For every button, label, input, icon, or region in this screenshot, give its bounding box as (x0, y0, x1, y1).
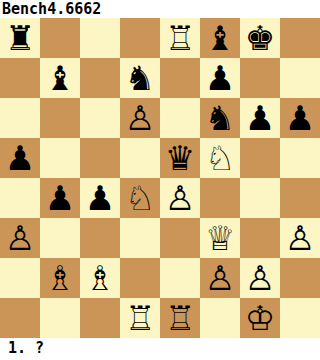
square-c3[interactable] (80, 218, 120, 258)
square-h8[interactable] (280, 18, 320, 58)
square-a7[interactable] (0, 58, 40, 98)
piece-white-pawn: ♙ (125, 98, 155, 138)
square-c2[interactable]: ♗ (80, 258, 120, 298)
chess-board: ♜♖♝♚♝♞♟♙♞♟♟♟♛♘♟♟♘♙♙♕♙♗♗♙♙♖♖♔ (0, 18, 320, 338)
square-d3[interactable] (120, 218, 160, 258)
square-b8[interactable] (40, 18, 80, 58)
square-a3[interactable]: ♙ (0, 218, 40, 258)
square-g4[interactable] (240, 178, 280, 218)
piece-black-bishop: ♝ (205, 18, 235, 58)
piece-white-rook: ♖ (165, 18, 195, 58)
piece-black-pawn: ♟ (285, 98, 315, 138)
square-h7[interactable] (280, 58, 320, 98)
piece-black-pawn: ♟ (45, 178, 75, 218)
square-b2[interactable]: ♗ (40, 258, 80, 298)
piece-white-bishop: ♗ (85, 258, 115, 298)
piece-white-bishop: ♗ (45, 258, 75, 298)
piece-black-king: ♚ (245, 18, 275, 58)
square-h2[interactable] (280, 258, 320, 298)
square-a2[interactable] (0, 258, 40, 298)
square-f3[interactable]: ♕ (200, 218, 240, 258)
square-g7[interactable] (240, 58, 280, 98)
square-a8[interactable]: ♜ (0, 18, 40, 58)
piece-white-rook: ♖ (125, 298, 155, 338)
piece-black-knight: ♞ (125, 58, 155, 98)
square-g6[interactable]: ♟ (240, 98, 280, 138)
square-a5[interactable]: ♟ (0, 138, 40, 178)
piece-white-pawn: ♙ (245, 258, 275, 298)
square-a4[interactable] (0, 178, 40, 218)
piece-white-king: ♔ (245, 298, 275, 338)
piece-white-pawn: ♙ (205, 258, 235, 298)
square-d6[interactable]: ♙ (120, 98, 160, 138)
square-d8[interactable] (120, 18, 160, 58)
square-e1[interactable]: ♖ (160, 298, 200, 338)
piece-black-rook: ♜ (5, 18, 35, 58)
square-g5[interactable] (240, 138, 280, 178)
square-g8[interactable]: ♚ (240, 18, 280, 58)
square-d2[interactable] (120, 258, 160, 298)
square-e5[interactable]: ♛ (160, 138, 200, 178)
square-c8[interactable] (80, 18, 120, 58)
square-e8[interactable]: ♖ (160, 18, 200, 58)
square-e2[interactable] (160, 258, 200, 298)
piece-white-pawn: ♙ (5, 218, 35, 258)
square-c1[interactable] (80, 298, 120, 338)
piece-black-pawn: ♟ (85, 178, 115, 218)
square-d1[interactable]: ♖ (120, 298, 160, 338)
piece-black-queen: ♛ (165, 138, 195, 178)
square-a1[interactable] (0, 298, 40, 338)
piece-black-knight: ♞ (205, 98, 235, 138)
piece-black-pawn: ♟ (205, 58, 235, 98)
square-c4[interactable]: ♟ (80, 178, 120, 218)
piece-white-knight: ♘ (205, 138, 235, 178)
piece-black-pawn: ♟ (245, 98, 275, 138)
piece-white-rook: ♖ (165, 298, 195, 338)
square-g1[interactable]: ♔ (240, 298, 280, 338)
piece-white-pawn: ♙ (285, 218, 315, 258)
square-e6[interactable] (160, 98, 200, 138)
piece-black-pawn: ♟ (5, 138, 35, 178)
piece-white-knight: ♘ (125, 178, 155, 218)
square-h3[interactable]: ♙ (280, 218, 320, 258)
square-f8[interactable]: ♝ (200, 18, 240, 58)
piece-black-bishop: ♝ (45, 58, 75, 98)
square-c5[interactable] (80, 138, 120, 178)
square-f5[interactable]: ♘ (200, 138, 240, 178)
square-d7[interactable]: ♞ (120, 58, 160, 98)
square-b4[interactable]: ♟ (40, 178, 80, 218)
square-d5[interactable] (120, 138, 160, 178)
move-prompt: 1. ? (0, 338, 320, 360)
square-f6[interactable]: ♞ (200, 98, 240, 138)
square-g3[interactable] (240, 218, 280, 258)
square-h6[interactable]: ♟ (280, 98, 320, 138)
window-title: Bench4.6662 (0, 0, 320, 18)
square-h4[interactable] (280, 178, 320, 218)
square-g2[interactable]: ♙ (240, 258, 280, 298)
square-e3[interactable] (160, 218, 200, 258)
square-d4[interactable]: ♘ (120, 178, 160, 218)
square-b5[interactable] (40, 138, 80, 178)
square-e7[interactable] (160, 58, 200, 98)
square-c7[interactable] (80, 58, 120, 98)
piece-white-queen: ♕ (205, 218, 235, 258)
square-b7[interactable]: ♝ (40, 58, 80, 98)
square-a6[interactable] (0, 98, 40, 138)
square-f7[interactable]: ♟ (200, 58, 240, 98)
square-e4[interactable]: ♙ (160, 178, 200, 218)
square-c6[interactable] (80, 98, 120, 138)
square-b3[interactable] (40, 218, 80, 258)
square-f4[interactable] (200, 178, 240, 218)
square-h1[interactable] (280, 298, 320, 338)
square-f1[interactable] (200, 298, 240, 338)
square-f2[interactable]: ♙ (200, 258, 240, 298)
square-b6[interactable] (40, 98, 80, 138)
piece-white-pawn: ♙ (165, 178, 195, 218)
square-h5[interactable] (280, 138, 320, 178)
square-b1[interactable] (40, 298, 80, 338)
